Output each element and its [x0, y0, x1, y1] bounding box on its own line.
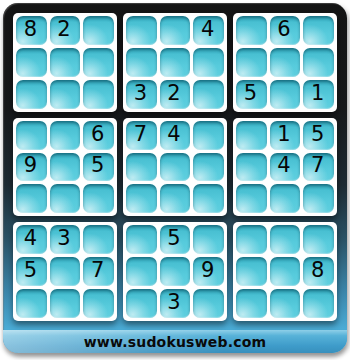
cell-r4c1[interactable]: [16, 121, 47, 150]
given-digit: 5: [244, 83, 257, 104]
box-1-2: 432: [123, 13, 227, 112]
cell-r2c3[interactable]: [83, 48, 114, 77]
cell-r1c1[interactable]: 8: [16, 16, 47, 45]
cell-r9c4[interactable]: [126, 289, 157, 318]
cell-r8c8[interactable]: [270, 257, 301, 286]
cell-r5c3[interactable]: 5: [83, 153, 114, 182]
cell-r7c8[interactable]: [270, 225, 301, 254]
given-digit: 5: [311, 124, 324, 145]
cell-r3c5[interactable]: 2: [160, 80, 191, 109]
cell-r2c9[interactable]: [303, 48, 334, 77]
given-digit: 8: [24, 19, 37, 40]
cell-r8c9[interactable]: 8: [303, 257, 334, 286]
cell-r2c7[interactable]: [236, 48, 267, 77]
cell-r4c9[interactable]: 5: [303, 121, 334, 150]
box-3-1: 4357: [13, 222, 117, 321]
cell-r6c3[interactable]: [83, 184, 114, 213]
box-2-1: 695: [13, 118, 117, 217]
cell-r1c8[interactable]: 6: [270, 16, 301, 45]
cell-r5c1[interactable]: 9: [16, 153, 47, 182]
cell-r3c4[interactable]: 3: [126, 80, 157, 109]
cell-r3c9[interactable]: 1: [303, 80, 334, 109]
given-digit: 1: [277, 124, 290, 145]
given-digit: 6: [277, 19, 290, 40]
cell-r2c2[interactable]: [50, 48, 81, 77]
cell-r1c6[interactable]: 4: [193, 16, 224, 45]
given-digit: 7: [311, 155, 324, 176]
cell-r7c2[interactable]: 3: [50, 225, 81, 254]
cell-r9c7[interactable]: [236, 289, 267, 318]
given-digit: 2: [167, 83, 180, 104]
given-digit: 4: [167, 124, 180, 145]
cell-r2c5[interactable]: [160, 48, 191, 77]
cell-r7c4[interactable]: [126, 225, 157, 254]
given-digit: 2: [57, 19, 70, 40]
cell-r1c2[interactable]: 2: [50, 16, 81, 45]
cell-r2c4[interactable]: [126, 48, 157, 77]
given-digit: 4: [24, 228, 37, 249]
cell-r6c1[interactable]: [16, 184, 47, 213]
cell-r9c6[interactable]: [193, 289, 224, 318]
given-digit: 3: [134, 83, 147, 104]
box-2-3: 1547: [233, 118, 337, 217]
cell-r5c7[interactable]: [236, 153, 267, 182]
cell-r6c5[interactable]: [160, 184, 191, 213]
cell-r6c6[interactable]: [193, 184, 224, 213]
cell-r7c3[interactable]: [83, 225, 114, 254]
cell-r7c6[interactable]: [193, 225, 224, 254]
cell-r4c5[interactable]: 4: [160, 121, 191, 150]
cell-r9c5[interactable]: 3: [160, 289, 191, 318]
cell-r4c4[interactable]: 7: [126, 121, 157, 150]
given-digit: 9: [24, 155, 37, 176]
cell-r3c3[interactable]: [83, 80, 114, 109]
given-digit: 7: [134, 124, 147, 145]
given-digit: 7: [91, 260, 104, 281]
cell-r1c4[interactable]: [126, 16, 157, 45]
cell-r8c6[interactable]: 9: [193, 257, 224, 286]
cell-r9c1[interactable]: [16, 289, 47, 318]
cell-r7c9[interactable]: [303, 225, 334, 254]
cell-r3c1[interactable]: [16, 80, 47, 109]
cell-r1c5[interactable]: [160, 16, 191, 45]
given-digit: 3: [167, 292, 180, 313]
cell-r4c7[interactable]: [236, 121, 267, 150]
cell-r4c6[interactable]: [193, 121, 224, 150]
cell-r6c8[interactable]: [270, 184, 301, 213]
cell-r8c2[interactable]: [50, 257, 81, 286]
cell-r9c3[interactable]: [83, 289, 114, 318]
cell-r2c1[interactable]: [16, 48, 47, 77]
cell-r6c4[interactable]: [126, 184, 157, 213]
cell-r5c8[interactable]: 4: [270, 153, 301, 182]
cell-r4c8[interactable]: 1: [270, 121, 301, 150]
box-3-3: 8: [233, 222, 337, 321]
cell-r2c8[interactable]: [270, 48, 301, 77]
site-footer: www.sudokusweb.com: [3, 330, 347, 353]
cell-r9c9[interactable]: [303, 289, 334, 318]
cell-r5c9[interactable]: 7: [303, 153, 334, 182]
cell-r3c2[interactable]: [50, 80, 81, 109]
cell-r5c4[interactable]: [126, 153, 157, 182]
cell-r1c3[interactable]: [83, 16, 114, 45]
box-3-2: 593: [123, 222, 227, 321]
given-digit: 1: [311, 83, 324, 104]
cell-r9c8[interactable]: [270, 289, 301, 318]
cell-r9c2[interactable]: [50, 289, 81, 318]
given-digit: 6: [91, 124, 104, 145]
cell-r7c7[interactable]: [236, 225, 267, 254]
given-digit: 3: [57, 228, 70, 249]
site-url[interactable]: www.sudokusweb.com: [84, 334, 267, 350]
cell-r1c7[interactable]: [236, 16, 267, 45]
given-digit: 5: [167, 228, 180, 249]
cell-r7c1[interactable]: 4: [16, 225, 47, 254]
cell-r5c2[interactable]: [50, 153, 81, 182]
cell-r6c9[interactable]: [303, 184, 334, 213]
cell-r3c7[interactable]: 5: [236, 80, 267, 109]
given-digit: 9: [201, 260, 214, 281]
cell-r8c7[interactable]: [236, 257, 267, 286]
given-digit: 5: [24, 260, 37, 281]
cell-r6c2[interactable]: [50, 184, 81, 213]
cell-r8c4[interactable]: [126, 257, 157, 286]
cell-r2c6[interactable]: [193, 48, 224, 77]
cell-r7c5[interactable]: 5: [160, 225, 191, 254]
cell-r3c8[interactable]: [270, 80, 301, 109]
cell-r5c5[interactable]: [160, 153, 191, 182]
cell-r1c9[interactable]: [303, 16, 334, 45]
given-digit: 8: [311, 260, 324, 281]
cell-r6c7[interactable]: [236, 184, 267, 213]
given-digit: 5: [91, 155, 104, 176]
given-digit: 4: [277, 155, 290, 176]
cell-r3c6[interactable]: [193, 80, 224, 109]
cell-r8c3[interactable]: 7: [83, 257, 114, 286]
cell-r8c5[interactable]: [160, 257, 191, 286]
cell-r4c2[interactable]: [50, 121, 81, 150]
cell-r8c1[interactable]: 5: [16, 257, 47, 286]
sudoku-grid: 8243265169574154743575938: [3, 3, 347, 330]
given-digit: 4: [201, 19, 214, 40]
sudoku-board: 8243265169574154743575938 www.sudokusweb…: [3, 3, 347, 353]
box-1-1: 82: [13, 13, 117, 112]
cell-r4c3[interactable]: 6: [83, 121, 114, 150]
cell-r5c6[interactable]: [193, 153, 224, 182]
box-1-3: 651: [233, 13, 337, 112]
box-2-2: 74: [123, 118, 227, 217]
